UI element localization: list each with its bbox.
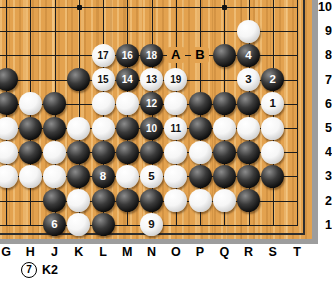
stone-black[interactable]: 14 bbox=[116, 68, 139, 91]
stone-white[interactable] bbox=[92, 92, 115, 115]
stone-black[interactable] bbox=[67, 165, 90, 188]
stone-black[interactable] bbox=[67, 141, 90, 164]
stone-black[interactable] bbox=[189, 117, 212, 140]
stone-black[interactable] bbox=[237, 165, 260, 188]
board-shadow-bottom bbox=[0, 239, 318, 244]
stone-white[interactable]: 3 bbox=[237, 68, 260, 91]
stone-white[interactable] bbox=[92, 117, 115, 140]
stone-white[interactable]: 17 bbox=[92, 44, 115, 67]
stone-black[interactable] bbox=[19, 117, 42, 140]
stone-black[interactable] bbox=[237, 189, 260, 212]
stone-black[interactable] bbox=[43, 117, 66, 140]
stone-black[interactable] bbox=[92, 213, 115, 236]
stone-white[interactable] bbox=[67, 117, 90, 140]
stone-black[interactable]: 16 bbox=[116, 44, 139, 67]
stone-white[interactable] bbox=[261, 117, 284, 140]
coord-column-N: N bbox=[140, 245, 164, 259]
stone-white[interactable]: 15 bbox=[92, 68, 115, 91]
stone-black[interactable] bbox=[261, 165, 284, 188]
stone-black[interactable] bbox=[189, 92, 212, 115]
stone-white[interactable]: 19 bbox=[164, 68, 187, 91]
stone-white[interactable] bbox=[19, 165, 42, 188]
stone-white[interactable] bbox=[67, 189, 90, 212]
stone-black[interactable] bbox=[140, 141, 163, 164]
stone-white[interactable] bbox=[0, 141, 18, 164]
caption-move-circle: 7 bbox=[21, 262, 37, 278]
stone-black[interactable]: 12 bbox=[140, 92, 163, 115]
coord-column-L: L bbox=[91, 245, 115, 259]
coord-row-6: 6 bbox=[314, 97, 332, 111]
stone-black[interactable] bbox=[237, 92, 260, 115]
stone-black[interactable]: 10 bbox=[140, 117, 163, 140]
point-label-A[interactable]: A bbox=[167, 47, 185, 63]
stone-black[interactable] bbox=[116, 117, 139, 140]
coord-row-5: 5 bbox=[314, 121, 332, 135]
stone-white[interactable] bbox=[164, 165, 187, 188]
stone-black[interactable]: 2 bbox=[261, 68, 284, 91]
star-point bbox=[77, 5, 82, 10]
stone-white[interactable] bbox=[213, 117, 236, 140]
kifu-diagram: 1716184151413193212110118569AB GHJKLMNOP… bbox=[0, 0, 332, 297]
board-edge-right bbox=[303, 0, 305, 235]
coord-row-7: 7 bbox=[314, 73, 332, 87]
stone-black[interactable] bbox=[116, 189, 139, 212]
coord-row-4: 4 bbox=[314, 145, 332, 159]
coord-column-J: J bbox=[43, 245, 67, 259]
coord-column-G: G bbox=[0, 245, 18, 259]
stone-white[interactable]: 5 bbox=[140, 165, 163, 188]
coord-row-3: 3 bbox=[314, 169, 332, 183]
stone-black[interactable] bbox=[92, 189, 115, 212]
stone-black[interactable]: 18 bbox=[140, 44, 163, 67]
stone-black[interactable] bbox=[237, 141, 260, 164]
stone-black[interactable] bbox=[189, 165, 212, 188]
caption-coordinate: K2 bbox=[42, 263, 58, 277]
coord-row-9: 9 bbox=[314, 24, 332, 38]
stone-white[interactable] bbox=[237, 117, 260, 140]
coord-column-P: P bbox=[188, 245, 212, 259]
coord-row-1: 1 bbox=[314, 218, 332, 232]
stone-white[interactable] bbox=[237, 20, 260, 43]
stone-white[interactable]: 13 bbox=[140, 68, 163, 91]
stone-black[interactable] bbox=[19, 141, 42, 164]
go-board[interactable]: 1716184151413193212110118569AB bbox=[0, 0, 312, 239]
point-label-B[interactable]: B bbox=[191, 47, 209, 63]
coord-row-2: 2 bbox=[314, 194, 332, 208]
coord-column-S: S bbox=[261, 245, 285, 259]
stone-black[interactable] bbox=[67, 68, 90, 91]
stone-white[interactable] bbox=[164, 92, 187, 115]
stone-black[interactable] bbox=[213, 141, 236, 164]
coord-row-10: 10 bbox=[314, 0, 332, 14]
stone-black[interactable] bbox=[213, 92, 236, 115]
star-point bbox=[222, 5, 227, 10]
stone-black[interactable] bbox=[213, 44, 236, 67]
stone-black[interactable] bbox=[0, 92, 18, 115]
stone-black[interactable] bbox=[116, 141, 139, 164]
grid-line-horizontal bbox=[0, 7, 298, 8]
stone-black[interactable] bbox=[92, 141, 115, 164]
stone-black[interactable] bbox=[213, 165, 236, 188]
stone-white[interactable] bbox=[261, 141, 284, 164]
stone-black[interactable] bbox=[140, 189, 163, 212]
coord-column-R: R bbox=[237, 245, 261, 259]
coord-column-M: M bbox=[115, 245, 139, 259]
stone-black[interactable] bbox=[0, 68, 18, 91]
stone-black[interactable] bbox=[43, 189, 66, 212]
stone-black[interactable]: 8 bbox=[92, 165, 115, 188]
stone-white[interactable] bbox=[0, 165, 18, 188]
stone-white[interactable]: 11 bbox=[164, 117, 187, 140]
stone-white[interactable] bbox=[164, 189, 187, 212]
stone-white[interactable] bbox=[43, 141, 66, 164]
stone-white[interactable] bbox=[189, 141, 212, 164]
coord-column-Q: Q bbox=[212, 245, 236, 259]
coord-column-O: O bbox=[164, 245, 188, 259]
stone-white[interactable] bbox=[116, 92, 139, 115]
stone-white[interactable] bbox=[213, 189, 236, 212]
coord-column-T: T bbox=[285, 245, 309, 259]
coord-column-K: K bbox=[67, 245, 91, 259]
stone-black[interactable]: 4 bbox=[237, 44, 260, 67]
coord-row-8: 8 bbox=[314, 48, 332, 62]
stone-white[interactable] bbox=[43, 165, 66, 188]
stone-white[interactable] bbox=[19, 92, 42, 115]
stone-white[interactable] bbox=[189, 189, 212, 212]
stone-black[interactable] bbox=[43, 92, 66, 115]
stone-white[interactable] bbox=[164, 141, 187, 164]
grid-line-vertical bbox=[297, 0, 298, 226]
coord-column-H: H bbox=[18, 245, 42, 259]
stone-white[interactable] bbox=[116, 165, 139, 188]
stone-white[interactable]: 1 bbox=[261, 92, 284, 115]
stone-white[interactable] bbox=[0, 117, 18, 140]
